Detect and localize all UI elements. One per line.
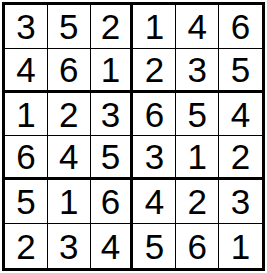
cell-r1c3[interactable]: 2 bbox=[91, 5, 134, 49]
cell-r2c2[interactable]: 6 bbox=[48, 49, 91, 93]
cell-r2c3[interactable]: 1 bbox=[91, 49, 134, 93]
cell-r2c4[interactable]: 2 bbox=[133, 49, 176, 93]
cell-r4c1[interactable]: 6 bbox=[5, 136, 48, 180]
cell-r1c5[interactable]: 4 bbox=[176, 5, 219, 49]
cell-r4c3[interactable]: 5 bbox=[91, 136, 134, 180]
cell-r6c2[interactable]: 3 bbox=[48, 224, 91, 268]
cell-r4c6[interactable]: 2 bbox=[219, 136, 262, 180]
cell-r6c1[interactable]: 2 bbox=[5, 224, 48, 268]
cell-r6c3[interactable]: 4 bbox=[91, 224, 134, 268]
cell-r5c6[interactable]: 3 bbox=[219, 180, 262, 224]
page: 352146461235123654645312516423234561 bbox=[0, 0, 267, 273]
cell-r3c1[interactable]: 1 bbox=[5, 93, 48, 137]
cell-r6c5[interactable]: 6 bbox=[176, 224, 219, 268]
cell-r4c2[interactable]: 4 bbox=[48, 136, 91, 180]
cell-r6c6[interactable]: 1 bbox=[219, 224, 262, 268]
cell-r2c5[interactable]: 3 bbox=[176, 49, 219, 93]
cell-r4c5[interactable]: 1 bbox=[176, 136, 219, 180]
cell-r3c5[interactable]: 5 bbox=[176, 93, 219, 137]
cell-r3c2[interactable]: 2 bbox=[48, 93, 91, 137]
cell-r5c2[interactable]: 1 bbox=[48, 180, 91, 224]
cell-r1c6[interactable]: 6 bbox=[219, 5, 262, 49]
sudoku-board: 352146461235123654645312516423234561 bbox=[2, 2, 265, 271]
cell-r2c6[interactable]: 5 bbox=[219, 49, 262, 93]
cell-r3c6[interactable]: 4 bbox=[219, 93, 262, 137]
cell-r5c3[interactable]: 6 bbox=[91, 180, 134, 224]
cell-r1c2[interactable]: 5 bbox=[48, 5, 91, 49]
cell-r1c4[interactable]: 1 bbox=[133, 5, 176, 49]
cell-r3c3[interactable]: 3 bbox=[91, 93, 134, 137]
cell-r4c4[interactable]: 3 bbox=[133, 136, 176, 180]
cell-r2c1[interactable]: 4 bbox=[5, 49, 48, 93]
cell-r5c1[interactable]: 5 bbox=[5, 180, 48, 224]
cell-r1c1[interactable]: 3 bbox=[5, 5, 48, 49]
cell-r6c4[interactable]: 5 bbox=[133, 224, 176, 268]
cell-r5c5[interactable]: 2 bbox=[176, 180, 219, 224]
cell-r3c4[interactable]: 6 bbox=[133, 93, 176, 137]
cell-r5c4[interactable]: 4 bbox=[133, 180, 176, 224]
